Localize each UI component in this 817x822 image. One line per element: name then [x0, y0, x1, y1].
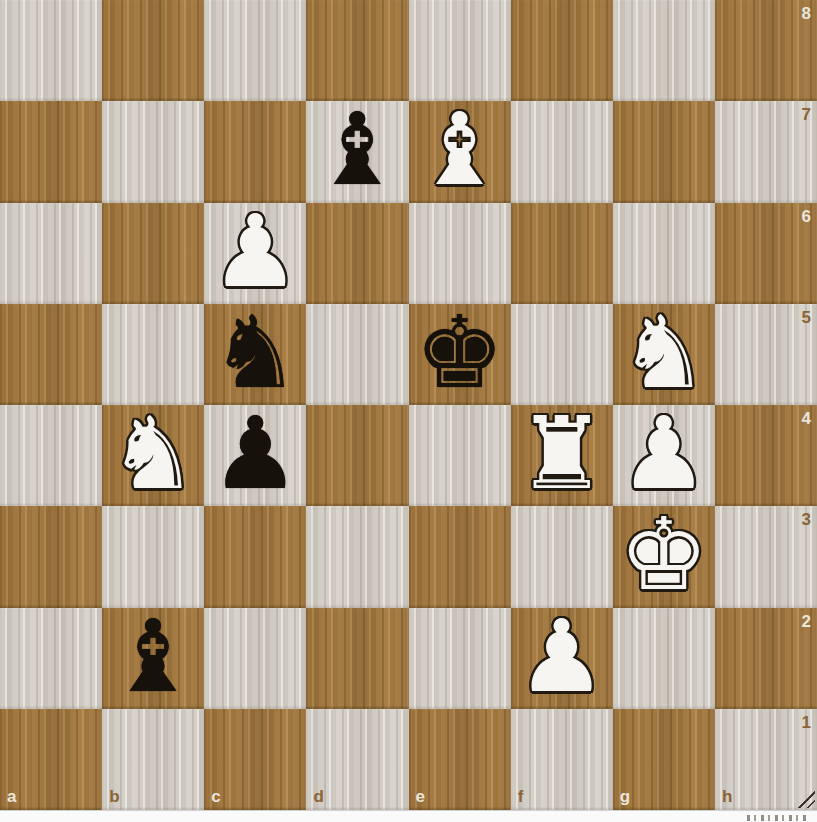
square-e1[interactable]: e — [409, 709, 511, 810]
square-f4[interactable]: ♜ — [511, 405, 613, 506]
white-knight[interactable]: ♞ — [619, 304, 709, 403]
square-c6[interactable]: ♟ — [204, 203, 306, 304]
square-h1[interactable]: 1h — [715, 709, 817, 810]
file-label-d: d — [313, 788, 323, 805]
square-a4[interactable] — [0, 405, 102, 506]
square-b8[interactable] — [102, 0, 204, 101]
rank-label-7: 7 — [802, 106, 811, 123]
square-e2[interactable] — [409, 608, 511, 709]
square-f8[interactable] — [511, 0, 613, 101]
rank-label-3: 3 — [802, 511, 811, 528]
square-b2[interactable]: ♝ — [102, 608, 204, 709]
square-g3[interactable]: ♚ — [613, 506, 715, 607]
square-e5[interactable]: ♚ — [409, 304, 511, 405]
white-pawn[interactable]: ♟ — [517, 608, 607, 707]
white-bishop[interactable]: ♝ — [415, 101, 505, 200]
square-c5[interactable]: ♞ — [204, 304, 306, 405]
black-pawn[interactable]: ♟ — [210, 405, 300, 504]
white-king[interactable]: ♚ — [619, 506, 709, 605]
file-label-e: e — [416, 788, 425, 805]
square-a3[interactable] — [0, 506, 102, 607]
square-a7[interactable] — [0, 101, 102, 202]
clipped-page-text — [747, 815, 807, 821]
black-bishop[interactable]: ♝ — [108, 608, 198, 707]
square-h3[interactable]: 3 — [715, 506, 817, 607]
square-b4[interactable]: ♞ — [102, 405, 204, 506]
square-f6[interactable] — [511, 203, 613, 304]
square-e3[interactable] — [409, 506, 511, 607]
file-label-f: f — [518, 788, 524, 805]
square-a1[interactable]: a — [0, 709, 102, 810]
square-c1[interactable]: c — [204, 709, 306, 810]
square-e6[interactable] — [409, 203, 511, 304]
square-d3[interactable] — [306, 506, 408, 607]
white-rook[interactable]: ♜ — [517, 405, 607, 504]
page-background-strip — [0, 810, 817, 822]
white-knight[interactable]: ♞ — [108, 405, 198, 504]
rank-label-6: 6 — [802, 208, 811, 225]
square-h7[interactable]: 7 — [715, 101, 817, 202]
rank-label-8: 8 — [802, 5, 811, 22]
board-resize-handle[interactable] — [795, 788, 815, 808]
square-d1[interactable]: d — [306, 709, 408, 810]
square-a8[interactable] — [0, 0, 102, 101]
square-h6[interactable]: 6 — [715, 203, 817, 304]
square-d8[interactable] — [306, 0, 408, 101]
square-g7[interactable] — [613, 101, 715, 202]
file-label-b: b — [109, 788, 119, 805]
square-b3[interactable] — [102, 506, 204, 607]
square-b6[interactable] — [102, 203, 204, 304]
square-e7[interactable]: ♝ — [409, 101, 511, 202]
square-b5[interactable] — [102, 304, 204, 405]
square-a6[interactable] — [0, 203, 102, 304]
square-f5[interactable] — [511, 304, 613, 405]
square-h2[interactable]: 2 — [715, 608, 817, 709]
square-g6[interactable] — [613, 203, 715, 304]
square-g2[interactable] — [613, 608, 715, 709]
square-f2[interactable]: ♟ — [511, 608, 613, 709]
square-e4[interactable] — [409, 405, 511, 506]
file-label-h: h — [722, 788, 732, 805]
file-label-g: g — [620, 788, 630, 805]
square-d2[interactable] — [306, 608, 408, 709]
square-f7[interactable] — [511, 101, 613, 202]
square-c8[interactable] — [204, 0, 306, 101]
rank-label-1: 1 — [802, 714, 811, 731]
square-c7[interactable] — [204, 101, 306, 202]
square-g1[interactable]: g — [613, 709, 715, 810]
square-f3[interactable] — [511, 506, 613, 607]
rank-label-2: 2 — [802, 613, 811, 630]
rank-label-4: 4 — [802, 410, 811, 427]
black-bishop[interactable]: ♝ — [313, 101, 403, 200]
square-b7[interactable] — [102, 101, 204, 202]
square-d4[interactable] — [306, 405, 408, 506]
chess-board: 8♝♝7♟6♞♚♞5♞♟♜♟4♚3♝♟2abcdefg1h — [0, 0, 817, 810]
square-e8[interactable] — [409, 0, 511, 101]
square-d6[interactable] — [306, 203, 408, 304]
square-g8[interactable] — [613, 0, 715, 101]
white-pawn[interactable]: ♟ — [210, 203, 300, 302]
black-king[interactable]: ♚ — [415, 304, 505, 403]
square-g4[interactable]: ♟ — [613, 405, 715, 506]
square-c2[interactable] — [204, 608, 306, 709]
square-a5[interactable] — [0, 304, 102, 405]
lichess-board-screen: 8♝♝7♟6♞♚♞5♞♟♜♟4♚3♝♟2abcdefg1h — [0, 0, 817, 822]
file-label-c: c — [211, 788, 220, 805]
square-a2[interactable] — [0, 608, 102, 709]
square-c4[interactable]: ♟ — [204, 405, 306, 506]
square-h4[interactable]: 4 — [715, 405, 817, 506]
rank-label-5: 5 — [802, 309, 811, 326]
square-c3[interactable] — [204, 506, 306, 607]
square-d5[interactable] — [306, 304, 408, 405]
square-f1[interactable]: f — [511, 709, 613, 810]
square-d7[interactable]: ♝ — [306, 101, 408, 202]
white-pawn[interactable]: ♟ — [619, 405, 709, 504]
file-label-a: a — [7, 788, 16, 805]
square-g5[interactable]: ♞ — [613, 304, 715, 405]
square-b1[interactable]: b — [102, 709, 204, 810]
square-h5[interactable]: 5 — [715, 304, 817, 405]
square-h8[interactable]: 8 — [715, 0, 817, 101]
black-knight[interactable]: ♞ — [210, 304, 300, 403]
